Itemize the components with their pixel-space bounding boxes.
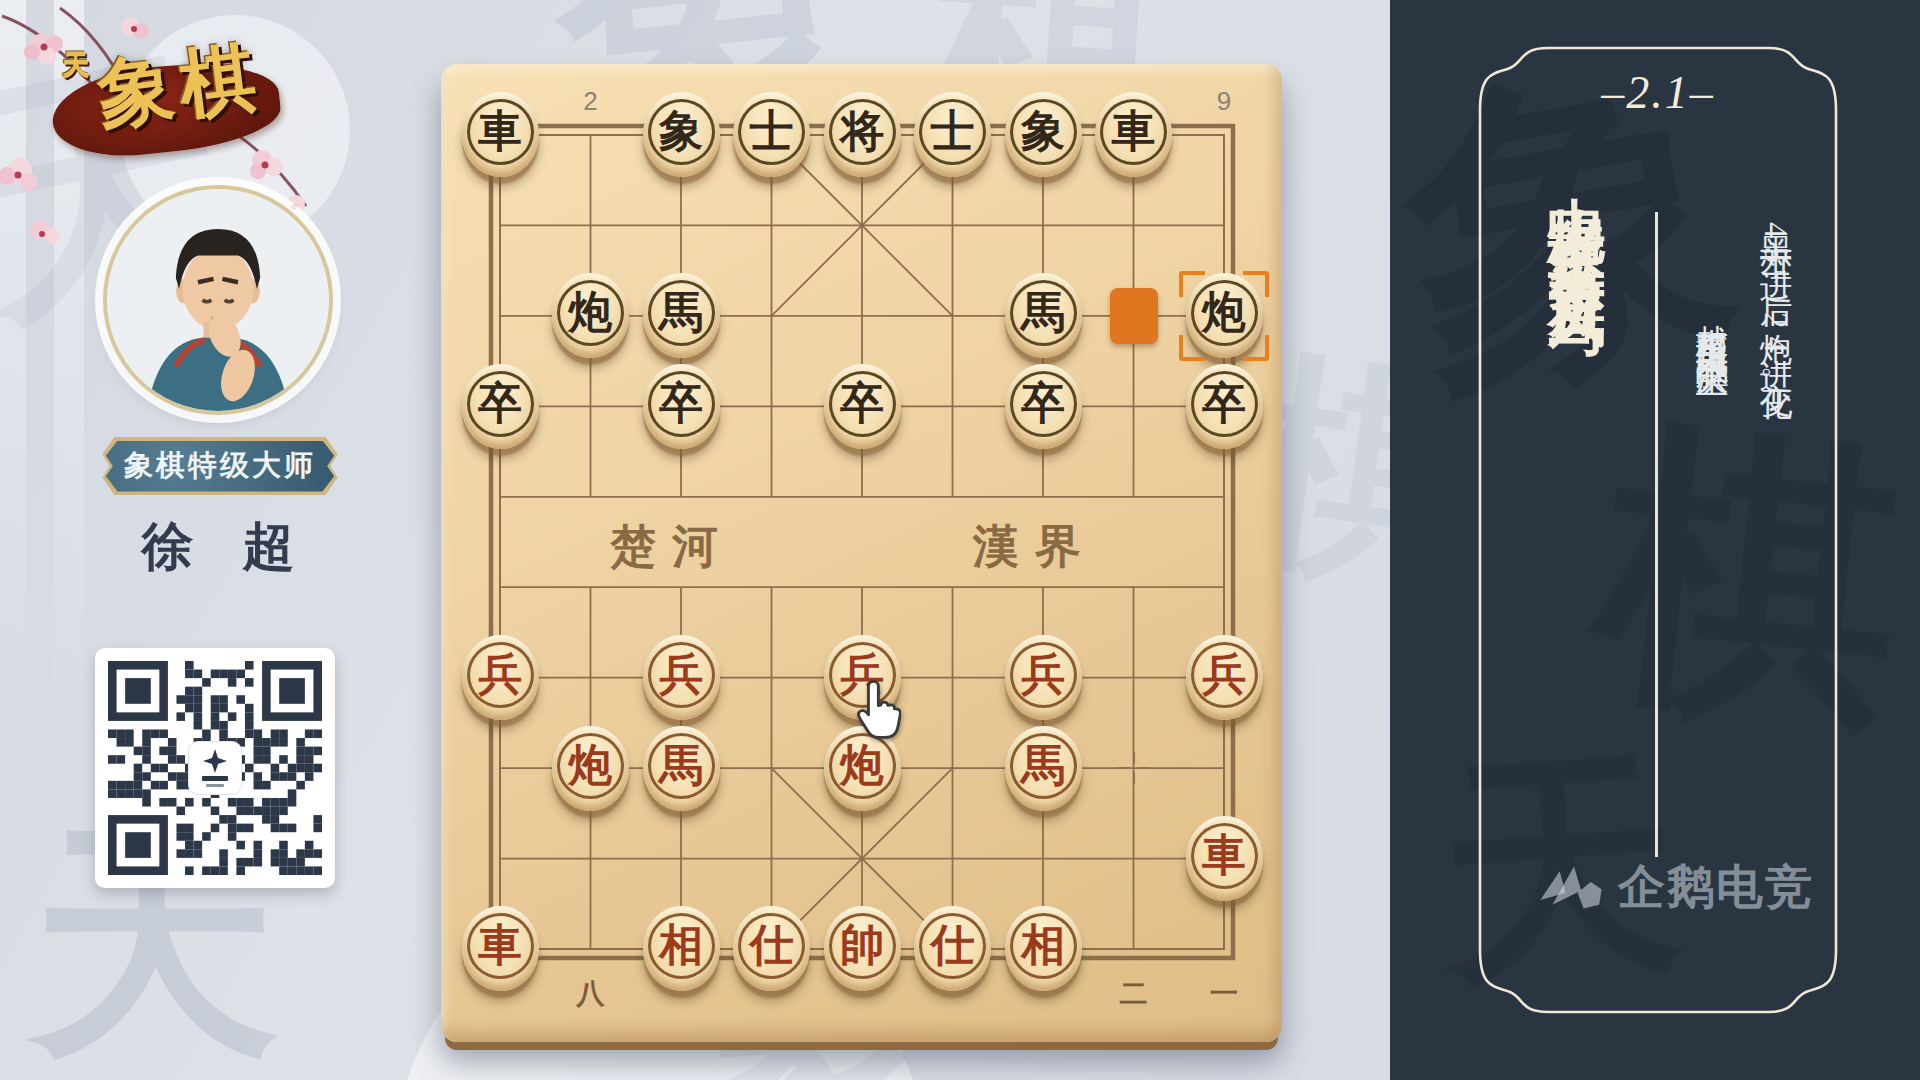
player-name: 徐 超 [98, 512, 338, 582]
player-title-badge: 象棋特级大师 [100, 437, 340, 495]
piece-black-卒[interactable]: 卒 [1186, 364, 1263, 449]
piece-character: 卒 [659, 382, 703, 426]
piece-character: 兵 [659, 653, 703, 697]
piece-character: 炮 [569, 291, 613, 335]
piece-character: 車 [1112, 110, 1156, 154]
logo-small-text: 天天 [58, 30, 94, 34]
piece-character: 将 [840, 110, 884, 154]
piece-red-仕[interactable]: 仕 [733, 906, 810, 991]
piece-character: 馬 [1021, 744, 1065, 788]
piece-red-馬[interactable]: 馬 [1005, 726, 1082, 811]
title-divider-line [1655, 212, 1658, 857]
piece-red-仕[interactable]: 仕 [914, 906, 991, 991]
four-point-star-icon [203, 749, 227, 773]
qr-code [95, 648, 335, 888]
piece-black-将[interactable]: 将 [824, 92, 901, 177]
piece-red-車[interactable]: 車 [462, 906, 539, 991]
piece-character: 士 [750, 110, 794, 154]
piece-character: 仕 [931, 924, 975, 968]
piece-character: 兵 [478, 653, 522, 697]
selection-corner [1243, 271, 1269, 297]
description-column: 越南棋王出飞刀战胜洪天王。 [1680, 298, 1744, 1030]
piece-red-兵[interactable]: 兵 [462, 635, 539, 720]
section-number: –2.1– [1478, 66, 1838, 119]
piece-character: 馬 [659, 744, 703, 788]
piece-character: 卒 [478, 382, 522, 426]
piece-red-相[interactable]: 相 [643, 906, 720, 991]
qr-center-logo [188, 741, 242, 795]
piece-black-卒[interactable]: 卒 [1005, 364, 1082, 449]
selection-corner [1179, 335, 1205, 361]
piece-character: 象 [1021, 110, 1065, 154]
piece-red-兵[interactable]: 兵 [1186, 635, 1263, 720]
piece-character: 兵 [1202, 653, 1246, 697]
piece-red-炮[interactable]: 炮 [552, 726, 629, 811]
player-title-text: 象棋特级大师 [124, 446, 316, 486]
piece-black-車[interactable]: 車 [1095, 92, 1172, 177]
qr-logo-text-bar [206, 784, 224, 787]
piece-red-兵[interactable]: 兵 [643, 635, 720, 720]
piece-red-馬[interactable]: 馬 [643, 726, 720, 811]
player-portrait [107, 189, 329, 411]
piece-character: 炮 [840, 744, 884, 788]
hand-cursor [855, 678, 901, 742]
piece-character: 車 [478, 110, 522, 154]
piece-black-士[interactable]: 士 [914, 92, 991, 177]
pieces-grid: 車象士将士象車炮馬馬炮卒卒卒卒卒兵兵兵兵兵炮馬炮馬車車相仕帥仕相 [455, 90, 1270, 994]
piece-character: 相 [659, 924, 703, 968]
piece-character: 馬 [1021, 291, 1065, 335]
player-avatar [103, 185, 333, 415]
piece-red-車[interactable]: 車 [1186, 816, 1263, 901]
piece-character: 馬 [659, 291, 703, 335]
piece-character: 象 [659, 110, 703, 154]
selection-corner [1179, 271, 1205, 297]
brand-watermark: 企鹅电竞 [1538, 856, 1814, 919]
qr-logo-text-bar [202, 776, 228, 781]
selected-piece-brackets [1179, 271, 1269, 361]
piece-character: 相 [1021, 924, 1065, 968]
piece-character: 炮 [569, 744, 613, 788]
piece-black-車[interactable]: 車 [462, 92, 539, 177]
piece-character: 兵 [1021, 653, 1065, 697]
xiangqi-board[interactable]: 楚河 漢界 29八二一 車象士将士象車炮馬馬炮卒卒卒卒卒兵兵兵兵兵炮馬炮馬車車相… [441, 64, 1282, 1042]
player-title-badge-inner: 象棋特级大师 [104, 441, 337, 492]
piece-character: 士 [931, 110, 975, 154]
piece-character: 卒 [1202, 382, 1246, 426]
piece-character: 卒 [1021, 382, 1065, 426]
lesson-info-panel: 象棋天 –2.1– 中炮横车盘头马对屏风马 黑方士4进5后，炮2进4变化。越南棋… [1390, 0, 1920, 1080]
brand-watermark-text: 企鹅电竞 [1618, 856, 1814, 919]
piece-character: 仕 [750, 924, 794, 968]
piece-black-士[interactable]: 士 [733, 92, 810, 177]
piece-red-帥[interactable]: 帥 [824, 906, 901, 991]
lesson-title-vertical: 中炮横车盘头马对屏风马 [1537, 150, 1615, 950]
piece-red-相[interactable]: 相 [1005, 906, 1082, 991]
app-logo: 天天 象棋 [22, 6, 322, 206]
piece-black-象[interactable]: 象 [1005, 92, 1082, 177]
logo-main-text: 象棋 [92, 26, 267, 148]
piece-character: 車 [478, 924, 522, 968]
piece-black-馬[interactable]: 馬 [643, 273, 720, 358]
piece-black-炮[interactable]: 炮 [552, 273, 629, 358]
piece-character: 卒 [840, 382, 884, 426]
piece-red-兵[interactable]: 兵 [1005, 635, 1082, 720]
piece-black-卒[interactable]: 卒 [824, 364, 901, 449]
penguin-esports-wing-icon [1538, 861, 1610, 915]
piece-black-卒[interactable]: 卒 [462, 364, 539, 449]
piece-character: 帥 [840, 924, 884, 968]
piece-black-卒[interactable]: 卒 [643, 364, 720, 449]
piece-character: 車 [1202, 834, 1246, 878]
tiantian-xiangqi-screen: 象棋天天棋象 天天 象棋 [0, 0, 1920, 1080]
selection-corner [1243, 335, 1269, 361]
piece-black-象[interactable]: 象 [643, 92, 720, 177]
piece-black-馬[interactable]: 馬 [1005, 273, 1082, 358]
